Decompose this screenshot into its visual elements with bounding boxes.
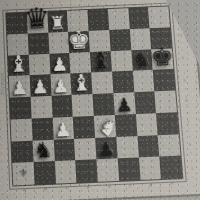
- rank-label-7: 7: [180, 35, 183, 40]
- piece-black-king: ♚: [150, 44, 175, 70]
- piece-white-bishop: ♝: [8, 53, 29, 76]
- square-d8: [67, 10, 89, 32]
- square-e1: [96, 159, 118, 182]
- piece-white-pawn: ♟: [54, 119, 72, 139]
- square-f7: [109, 29, 131, 51]
- square-b8: ♛: [27, 12, 48, 34]
- square-d6: [69, 52, 91, 74]
- square-a3: [11, 118, 33, 141]
- square-e2: ♟: [95, 137, 117, 160]
- square-e4: [92, 93, 114, 115]
- square-b1: [33, 161, 55, 184]
- piece-black-pawn: ♟: [115, 95, 133, 115]
- square-h1: [160, 156, 183, 179]
- rank-label-3: 3: [187, 120, 190, 125]
- square-c6: ♟: [49, 52, 71, 74]
- square-g1: [138, 157, 161, 180]
- file-label-a: a: [23, 187, 26, 192]
- square-h6: ♚: [151, 48, 173, 70]
- square-a8: [6, 13, 27, 35]
- piece-black-knight: ♞: [33, 140, 53, 162]
- square-h8: [148, 6, 170, 28]
- rank-label-4: 4: [185, 98, 188, 103]
- square-h4: [155, 90, 177, 112]
- square-e8: [87, 9, 109, 31]
- file-label-c: c: [65, 185, 68, 190]
- rank-label-6: 6: [181, 56, 184, 61]
- square-c2: [53, 138, 75, 161]
- square-d5: ♝: [71, 73, 93, 95]
- square-a4: [10, 97, 32, 120]
- square-f1: [117, 158, 140, 181]
- square-c4: [51, 95, 73, 117]
- square-c1: [54, 160, 76, 183]
- square-c5: ♟: [50, 74, 72, 96]
- square-d2: [74, 137, 96, 160]
- piece-white-pawn: ♟: [11, 78, 29, 97]
- file-label-b: b: [44, 186, 47, 191]
- square-d4: [72, 94, 94, 116]
- square-f8: [108, 8, 130, 30]
- square-d3: [73, 116, 95, 139]
- square-f3: [115, 114, 137, 137]
- square-d7: ♚: [68, 31, 90, 53]
- square-e6: ♝: [90, 51, 112, 73]
- square-e7: [89, 30, 111, 52]
- square-c8: ♜: [47, 11, 68, 33]
- file-label-h: h: [171, 181, 174, 186]
- piece-white-pawn: ♟: [31, 77, 49, 96]
- square-b7: [28, 32, 49, 54]
- board-maker-emblem: ⚜: [18, 168, 29, 180]
- square-f2: [116, 136, 138, 159]
- square-g8: [128, 7, 150, 29]
- square-g5: [132, 70, 154, 92]
- square-f4: ♟: [113, 92, 135, 114]
- square-a5: ♟: [9, 75, 31, 97]
- square-b4: [30, 96, 52, 119]
- square-a1: ⚜: [12, 162, 34, 185]
- rank-label-5: 5: [183, 77, 186, 82]
- square-e5: [91, 72, 113, 94]
- piece-white-pawn: ♟: [52, 76, 70, 95]
- square-e3: ♞: [94, 115, 116, 138]
- square-h3: [156, 112, 179, 135]
- piece-white-rook: ♜: [49, 14, 67, 33]
- file-label-e: e: [108, 183, 111, 188]
- piece-black-bishop: ♝: [90, 49, 112, 72]
- square-g2: [137, 135, 160, 158]
- file-label-f: f: [129, 182, 131, 187]
- play-area-grid: ♛♜♚♝♟♝♞♚♟♟♟♝♟♟♞♞♟⚜: [6, 6, 182, 185]
- square-c7: [48, 32, 70, 54]
- square-f5: [112, 71, 134, 93]
- square-b6: [28, 53, 50, 75]
- chessboard-photo: ♛♜♚♝♟♝♞♚♟♟♟♝♟♟♞♞♟⚜ abcdefgh 87654321 Oly…: [0, 0, 200, 200]
- square-a2: [11, 140, 33, 163]
- square-g3: [135, 113, 157, 136]
- piece-white-pawn: ♟: [51, 55, 69, 74]
- square-a7: [7, 33, 28, 55]
- square-d1: [75, 160, 97, 183]
- rank-label-2: 2: [189, 142, 192, 147]
- square-h2: [158, 134, 181, 157]
- piece-black-pawn: ♟: [97, 139, 115, 159]
- file-label-g: g: [149, 182, 152, 187]
- square-f6: [110, 50, 132, 72]
- square-b2: ♞: [32, 139, 54, 162]
- rank-label-1: 1: [190, 164, 193, 169]
- square-g4: [134, 91, 156, 113]
- piece-black-knight: ♞: [132, 50, 152, 71]
- square-g7: [129, 28, 151, 50]
- square-b3: [31, 117, 53, 140]
- square-h5: [153, 69, 175, 91]
- square-a6: ♝: [8, 54, 29, 76]
- piece-white-king: ♚: [67, 27, 91, 53]
- square-g6: ♞: [131, 49, 153, 71]
- square-c3: ♟: [52, 117, 74, 140]
- file-label-d: d: [87, 184, 90, 189]
- square-b5: ♟: [29, 74, 51, 96]
- square-h7: [150, 27, 172, 49]
- piece-white-bishop: ♝: [71, 71, 93, 94]
- board-frame: ♛♜♚♝♟♝♞♚♟♟♟♝♟♟♞♞♟⚜ abcdefgh 87654321 Oly…: [0, 0, 200, 200]
